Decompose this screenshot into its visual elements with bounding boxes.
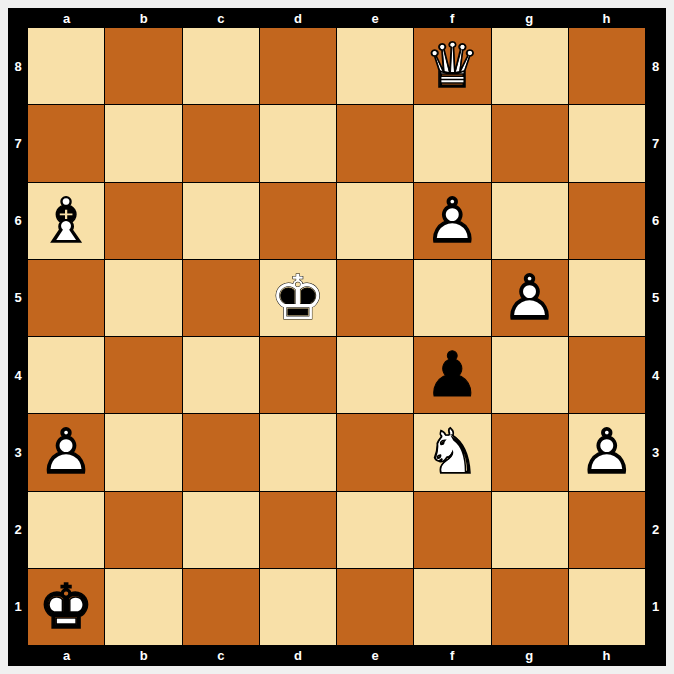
black-pawn-glyph-fill: ♟ bbox=[416, 339, 488, 411]
square-a2 bbox=[28, 492, 104, 568]
white-pawn-glyph-outline: ♙ bbox=[494, 262, 566, 334]
square-h6 bbox=[569, 183, 645, 259]
square-g5: ♟♙ bbox=[492, 260, 568, 336]
file-label-bottom-d: d bbox=[259, 645, 336, 666]
square-h1 bbox=[569, 569, 645, 645]
file-label-top-f: f bbox=[414, 8, 491, 28]
file-label-top-b: b bbox=[105, 8, 182, 28]
square-h2 bbox=[569, 492, 645, 568]
square-g8 bbox=[492, 28, 568, 104]
file-label-top-d: d bbox=[259, 8, 336, 28]
file-label-top-a: a bbox=[28, 8, 105, 28]
square-e4 bbox=[337, 337, 413, 413]
square-a5 bbox=[28, 260, 104, 336]
square-f8: ♛♕ bbox=[414, 28, 490, 104]
square-h4 bbox=[569, 337, 645, 413]
square-c3 bbox=[183, 414, 259, 490]
square-b4 bbox=[105, 337, 181, 413]
square-g1 bbox=[492, 569, 568, 645]
square-b5 bbox=[105, 260, 181, 336]
square-a6: ♝♗ bbox=[28, 183, 104, 259]
file-label-top-c: c bbox=[182, 8, 259, 28]
black-pawn: ♟ bbox=[416, 339, 488, 411]
square-f6: ♟♙ bbox=[414, 183, 490, 259]
square-e5 bbox=[337, 260, 413, 336]
rank-label-left-7: 7 bbox=[8, 105, 28, 182]
square-c6 bbox=[183, 183, 259, 259]
square-f2 bbox=[414, 492, 490, 568]
square-d8 bbox=[260, 28, 336, 104]
square-b7 bbox=[105, 105, 181, 181]
square-b2 bbox=[105, 492, 181, 568]
square-g4 bbox=[492, 337, 568, 413]
white-pawn: ♟♙ bbox=[494, 262, 566, 334]
rank-label-right-8: 8 bbox=[645, 28, 666, 105]
file-label-top-g: g bbox=[491, 8, 568, 28]
chess-diagram: abcdefgh abcdefgh 87654321 87654321 ♛♕♝♗… bbox=[0, 0, 674, 674]
white-king-glyph-outline: ♔ bbox=[30, 571, 102, 643]
square-a3: ♟♙ bbox=[28, 414, 104, 490]
rank-label-right-4: 4 bbox=[645, 337, 666, 414]
square-e8 bbox=[337, 28, 413, 104]
rank-label-left-6: 6 bbox=[8, 182, 28, 259]
rank-label-left-4: 4 bbox=[8, 337, 28, 414]
white-queen-glyph-outline: ♕ bbox=[416, 30, 488, 102]
square-a7 bbox=[28, 105, 104, 181]
white-pawn: ♟♙ bbox=[571, 416, 643, 488]
square-d3 bbox=[260, 414, 336, 490]
file-label-bottom-c: c bbox=[182, 645, 259, 666]
board: ♛♕♝♗♟♙♚♔♟♙♟♟♙♞♘♟♙♚♔ bbox=[28, 28, 645, 645]
square-d1 bbox=[260, 569, 336, 645]
square-a1: ♚♔ bbox=[28, 569, 104, 645]
square-h8 bbox=[569, 28, 645, 104]
file-label-bottom-f: f bbox=[414, 645, 491, 666]
square-h7 bbox=[569, 105, 645, 181]
rank-label-right-2: 2 bbox=[645, 491, 666, 568]
square-f7 bbox=[414, 105, 490, 181]
square-f1 bbox=[414, 569, 490, 645]
file-label-bottom-h: h bbox=[568, 645, 645, 666]
white-bishop-glyph-outline: ♗ bbox=[30, 185, 102, 257]
square-d7 bbox=[260, 105, 336, 181]
board-frame: abcdefgh abcdefgh 87654321 87654321 ♛♕♝♗… bbox=[8, 8, 666, 666]
file-label-bottom-a: a bbox=[28, 645, 105, 666]
square-f5 bbox=[414, 260, 490, 336]
square-a4 bbox=[28, 337, 104, 413]
rank-label-right-3: 3 bbox=[645, 414, 666, 491]
rank-label-right-6: 6 bbox=[645, 182, 666, 259]
white-bishop: ♝♗ bbox=[30, 185, 102, 257]
white-pawn: ♟♙ bbox=[30, 416, 102, 488]
file-label-top-e: e bbox=[337, 8, 414, 28]
rank-label-right-1: 1 bbox=[645, 568, 666, 645]
square-c1 bbox=[183, 569, 259, 645]
square-c2 bbox=[183, 492, 259, 568]
square-e7 bbox=[337, 105, 413, 181]
square-b3 bbox=[105, 414, 181, 490]
rank-labels-right: 87654321 bbox=[645, 28, 666, 645]
white-knight: ♞♘ bbox=[416, 416, 488, 488]
rank-labels-left: 87654321 bbox=[8, 28, 28, 645]
white-queen: ♛♕ bbox=[416, 30, 488, 102]
square-d4 bbox=[260, 337, 336, 413]
square-e6 bbox=[337, 183, 413, 259]
square-g3 bbox=[492, 414, 568, 490]
square-c7 bbox=[183, 105, 259, 181]
white-king: ♚♔ bbox=[30, 571, 102, 643]
white-pawn-glyph-outline: ♙ bbox=[416, 185, 488, 257]
square-h3: ♟♙ bbox=[569, 414, 645, 490]
rank-label-left-3: 3 bbox=[8, 414, 28, 491]
file-labels-bottom: abcdefgh bbox=[28, 645, 645, 666]
file-label-bottom-e: e bbox=[337, 645, 414, 666]
square-b1 bbox=[105, 569, 181, 645]
rank-label-left-1: 1 bbox=[8, 568, 28, 645]
square-b6 bbox=[105, 183, 181, 259]
square-g7 bbox=[492, 105, 568, 181]
square-d5: ♚♔ bbox=[260, 260, 336, 336]
square-e2 bbox=[337, 492, 413, 568]
white-pawn-glyph-outline: ♙ bbox=[571, 416, 643, 488]
square-d6 bbox=[260, 183, 336, 259]
square-g6 bbox=[492, 183, 568, 259]
square-f4: ♟ bbox=[414, 337, 490, 413]
white-pawn: ♟♙ bbox=[416, 185, 488, 257]
rank-label-left-5: 5 bbox=[8, 259, 28, 336]
black-king-glyph-outline: ♔ bbox=[262, 262, 334, 334]
square-h5 bbox=[569, 260, 645, 336]
file-label-bottom-g: g bbox=[491, 645, 568, 666]
square-g2 bbox=[492, 492, 568, 568]
square-a8 bbox=[28, 28, 104, 104]
rank-label-left-8: 8 bbox=[8, 28, 28, 105]
square-e3 bbox=[337, 414, 413, 490]
square-c5 bbox=[183, 260, 259, 336]
rank-label-right-5: 5 bbox=[645, 259, 666, 336]
square-b8 bbox=[105, 28, 181, 104]
square-c8 bbox=[183, 28, 259, 104]
square-d2 bbox=[260, 492, 336, 568]
file-label-top-h: h bbox=[568, 8, 645, 28]
square-e1 bbox=[337, 569, 413, 645]
file-label-bottom-b: b bbox=[105, 645, 182, 666]
square-c4 bbox=[183, 337, 259, 413]
square-f3: ♞♘ bbox=[414, 414, 490, 490]
white-knight-glyph-outline: ♘ bbox=[416, 416, 488, 488]
rank-label-right-7: 7 bbox=[645, 105, 666, 182]
rank-label-left-2: 2 bbox=[8, 491, 28, 568]
white-pawn-glyph-outline: ♙ bbox=[30, 416, 102, 488]
file-labels-top: abcdefgh bbox=[28, 8, 645, 28]
black-king: ♚♔ bbox=[262, 262, 334, 334]
